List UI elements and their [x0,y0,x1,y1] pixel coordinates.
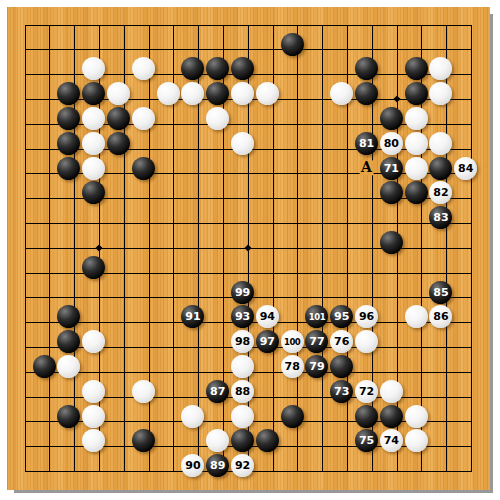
intersection: 94 [255,305,280,330]
intersection [32,7,57,32]
intersection [404,255,429,280]
intersection [453,57,478,82]
black-stone [57,405,80,428]
intersection [205,57,230,82]
intersection: 79 [305,354,330,379]
intersection [181,429,206,454]
intersection [205,280,230,305]
intersection [329,205,354,230]
white-stone [231,355,254,378]
intersection [131,453,156,478]
intersection [81,379,106,404]
intersection [57,106,82,131]
intersection [81,354,106,379]
intersection [205,205,230,230]
intersection [81,230,106,255]
intersection [404,205,429,230]
black-stone: 99 [231,281,254,304]
intersection [181,181,206,206]
white-stone [206,107,229,130]
white-stone [405,132,428,155]
intersection [230,7,255,32]
intersection [354,329,379,354]
black-stone [57,107,80,130]
intersection [131,81,156,106]
intersection [81,429,106,454]
black-stone [57,330,80,353]
intersection [7,280,32,305]
intersection [230,404,255,429]
intersection [255,255,280,280]
intersection [57,181,82,206]
black-stone [405,181,428,204]
intersection [379,230,404,255]
intersection [404,329,429,354]
intersection [255,32,280,57]
intersection [354,81,379,106]
black-stone: 73 [330,380,353,403]
intersection [205,354,230,379]
intersection [280,131,305,156]
intersection [404,181,429,206]
intersection [32,32,57,57]
intersection [230,57,255,82]
intersection [57,81,82,106]
intersection [106,131,131,156]
white-stone [82,107,105,130]
intersection [230,131,255,156]
intersection [131,7,156,32]
black-stone [256,429,279,452]
intersection: 80 [379,131,404,156]
intersection [181,354,206,379]
white-stone [405,107,428,130]
intersection [106,280,131,305]
intersection [156,305,181,330]
white-stone [380,380,403,403]
intersection [57,453,82,478]
intersection [255,404,280,429]
intersection [429,379,454,404]
black-stone: 89 [206,454,229,477]
white-stone [132,107,155,130]
intersection [379,404,404,429]
intersection: 92 [230,453,255,478]
intersection [453,7,478,32]
intersection [81,453,106,478]
intersection [230,354,255,379]
intersection [329,7,354,32]
intersection [131,255,156,280]
black-stone [330,355,353,378]
intersection [131,354,156,379]
intersection: 93 [230,305,255,330]
go-board[interactable]: 8180A71848283998591939410195968698971007… [7,7,490,490]
intersection [57,429,82,454]
intersection [305,106,330,131]
intersection [181,280,206,305]
intersection [7,379,32,404]
intersection [205,32,230,57]
white-stone [82,330,105,353]
white-stone [82,429,105,452]
intersection [32,429,57,454]
intersection [156,156,181,181]
intersection [255,7,280,32]
intersection [7,57,32,82]
intersection [7,32,32,57]
intersection [57,305,82,330]
intersection [156,81,181,106]
black-stone [355,57,378,80]
intersection [57,57,82,82]
intersection [280,57,305,82]
black-stone [355,82,378,105]
intersection [205,329,230,354]
intersection [156,453,181,478]
white-stone: 74 [380,429,403,452]
intersection [280,106,305,131]
intersection [404,453,429,478]
black-stone [57,82,80,105]
white-stone [429,82,452,105]
intersection [379,205,404,230]
intersection [404,305,429,330]
intersection [131,131,156,156]
intersection [404,404,429,429]
intersection [354,57,379,82]
intersection [81,32,106,57]
intersection [255,354,280,379]
intersection [156,329,181,354]
intersection: 86 [429,305,454,330]
intersection [354,453,379,478]
intersection [81,255,106,280]
intersection [131,32,156,57]
white-stone [206,429,229,452]
intersection [131,329,156,354]
intersection [106,429,131,454]
intersection [156,57,181,82]
intersection: 73 [329,379,354,404]
intersection [81,81,106,106]
intersection [205,181,230,206]
intersection [32,57,57,82]
intersection [131,429,156,454]
intersection [156,230,181,255]
white-stone [429,57,452,80]
intersection [205,255,230,280]
intersection [106,354,131,379]
intersection [453,453,478,478]
intersection [57,205,82,230]
intersection [404,156,429,181]
intersection [329,354,354,379]
black-stone [380,231,403,254]
intersection [7,230,32,255]
white-stone [231,405,254,428]
white-stone [82,132,105,155]
intersection [379,329,404,354]
white-stone [405,405,428,428]
intersection [230,181,255,206]
black-stone [355,405,378,428]
intersection [329,32,354,57]
intersection [404,81,429,106]
intersection: 88 [230,379,255,404]
intersection [32,156,57,181]
intersection [181,7,206,32]
black-stone: 77 [305,330,328,353]
black-stone [405,57,428,80]
intersection [156,7,181,32]
intersection [32,81,57,106]
intersection [404,379,429,404]
intersection [181,131,206,156]
black-stone [132,157,155,180]
intersection: 76 [329,329,354,354]
intersection [131,230,156,255]
intersection [205,81,230,106]
black-stone [231,429,254,452]
intersection [106,181,131,206]
intersection [329,404,354,429]
intersection [230,106,255,131]
intersection [32,106,57,131]
intersection [354,404,379,429]
intersection [156,379,181,404]
intersection [404,106,429,131]
black-stone [281,33,304,56]
black-stone: 87 [206,380,229,403]
white-stone: 94 [256,305,279,328]
intersection [255,379,280,404]
intersection [404,57,429,82]
white-stone [82,405,105,428]
intersection [156,255,181,280]
white-stone: 88 [231,380,254,403]
intersection [354,280,379,305]
intersection [7,106,32,131]
intersection [305,32,330,57]
intersection [131,404,156,429]
intersection [305,429,330,454]
intersection [32,131,57,156]
intersection [81,280,106,305]
intersection [205,429,230,454]
intersection [429,255,454,280]
point-label-a: A [359,161,374,176]
intersection: 84 [453,156,478,181]
intersection [280,280,305,305]
intersection [404,230,429,255]
intersection: 100 [280,329,305,354]
intersection [255,429,280,454]
white-stone [231,82,254,105]
black-stone [281,405,304,428]
intersection [32,453,57,478]
black-stone: 93 [231,305,254,328]
intersection [379,32,404,57]
intersection [329,255,354,280]
intersection [404,32,429,57]
intersection [329,181,354,206]
intersection [453,280,478,305]
black-stone: 75 [355,429,378,452]
intersection [280,453,305,478]
intersection [453,305,478,330]
white-stone: 72 [355,380,378,403]
intersection [354,255,379,280]
intersection [32,379,57,404]
intersection [7,7,32,32]
intersection: 78 [280,354,305,379]
black-stone [231,57,254,80]
intersection [453,329,478,354]
intersection [57,404,82,429]
intersection [280,379,305,404]
intersection [429,131,454,156]
intersection [379,181,404,206]
intersection [255,131,280,156]
intersection [57,280,82,305]
intersection [329,131,354,156]
intersection [181,156,206,181]
intersection [354,7,379,32]
intersection [106,230,131,255]
intersection [230,255,255,280]
intersection [305,57,330,82]
intersection [181,57,206,82]
intersection [280,156,305,181]
white-stone [132,57,155,80]
black-stone [206,82,229,105]
black-stone [82,181,105,204]
intersection [280,7,305,32]
intersection: 71 [379,156,404,181]
intersection: 101 [305,305,330,330]
intersection [181,329,206,354]
intersection [106,7,131,32]
intersection [453,230,478,255]
intersection [230,81,255,106]
intersection [429,7,454,32]
intersection [57,255,82,280]
intersection [7,404,32,429]
intersection [230,429,255,454]
black-stone [57,157,80,180]
intersection [280,230,305,255]
intersection [32,404,57,429]
intersection [379,280,404,305]
white-stone [181,82,204,105]
white-stone [405,429,428,452]
intersection [106,453,131,478]
intersection [57,354,82,379]
intersection [57,379,82,404]
intersection [404,7,429,32]
white-stone [132,380,155,403]
intersection: 95 [329,305,354,330]
white-stone: 86 [429,305,452,328]
intersection [106,255,131,280]
intersection [429,354,454,379]
intersection: 99 [230,280,255,305]
intersection [7,81,32,106]
intersection [7,305,32,330]
intersection [230,205,255,230]
intersection [404,131,429,156]
intersection [305,379,330,404]
intersection [131,181,156,206]
intersection [429,230,454,255]
intersection [305,453,330,478]
intersection [32,354,57,379]
intersection [280,81,305,106]
intersection [329,230,354,255]
white-stone: 84 [454,157,477,180]
intersection [57,32,82,57]
white-stone [256,82,279,105]
intersection [131,205,156,230]
black-stone [33,355,56,378]
intersection [205,156,230,181]
black-stone [181,57,204,80]
black-stone [405,82,428,105]
intersection [81,205,106,230]
intersection [453,404,478,429]
intersection [57,230,82,255]
intersection [453,379,478,404]
intersection [354,354,379,379]
intersection [106,205,131,230]
black-stone [57,305,80,328]
intersection [453,32,478,57]
intersection [230,32,255,57]
white-stone: 92 [231,454,254,477]
intersection [429,106,454,131]
intersection [280,32,305,57]
intersection [156,32,181,57]
intersection [106,106,131,131]
black-stone: 85 [429,281,452,304]
black-stone: 71 [380,157,403,180]
white-stone [405,305,428,328]
intersection [156,205,181,230]
intersection [329,81,354,106]
black-stone: 79 [305,355,328,378]
intersection [305,255,330,280]
intersection [205,305,230,330]
black-stone: 81 [355,132,378,155]
intersection [181,379,206,404]
intersection [181,205,206,230]
intersection [305,404,330,429]
intersection [329,429,354,454]
intersection [181,32,206,57]
intersection: 89 [205,453,230,478]
intersection: 96 [354,305,379,330]
intersection [81,156,106,181]
intersection [7,131,32,156]
intersection [205,230,230,255]
white-stone [57,355,80,378]
intersection [429,81,454,106]
intersection [404,429,429,454]
intersection [131,280,156,305]
intersection: 82 [429,181,454,206]
intersection [181,230,206,255]
